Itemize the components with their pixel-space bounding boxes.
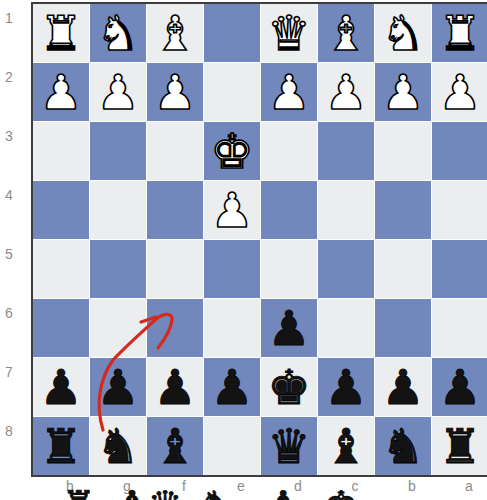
square-g7[interactable]: ♟ (90, 358, 146, 416)
square-f2[interactable]: ♟ (147, 63, 203, 121)
white-pawn[interactable]: ♟ (153, 63, 196, 121)
white-king[interactable]: ♚ (210, 122, 253, 180)
square-e1[interactable] (204, 4, 260, 62)
square-h6[interactable] (33, 299, 89, 357)
square-d1[interactable]: ♛ (261, 4, 317, 62)
square-e5[interactable] (204, 240, 260, 298)
file-label-b: b (401, 479, 423, 493)
rank-label-6: 6 (5, 306, 25, 320)
spare-black-knight[interactable]: ♞ (198, 486, 232, 500)
square-g6[interactable] (90, 299, 146, 357)
square-f4[interactable] (147, 181, 203, 239)
white-bishop[interactable]: ♝ (153, 4, 196, 62)
square-a2[interactable]: ♟ (432, 63, 487, 121)
square-c2[interactable]: ♟ (318, 63, 374, 121)
square-c5[interactable] (318, 240, 374, 298)
square-c1[interactable]: ♝ (318, 4, 374, 62)
black-knight[interactable]: ♞ (96, 417, 139, 475)
white-pawn[interactable]: ♟ (324, 63, 367, 121)
black-pawn[interactable]: ♟ (267, 299, 310, 357)
square-b8[interactable]: ♞ (375, 417, 431, 475)
file-label-h: h (59, 479, 81, 493)
square-c6[interactable] (318, 299, 374, 357)
white-pawn[interactable]: ♟ (210, 181, 253, 239)
rank-label-2: 2 (5, 70, 25, 84)
black-pawn[interactable]: ♟ (39, 358, 82, 416)
square-h8[interactable]: ♜ (33, 417, 89, 475)
square-e7[interactable]: ♟ (204, 358, 260, 416)
square-h5[interactable] (33, 240, 89, 298)
square-f6[interactable] (147, 299, 203, 357)
square-f3[interactable] (147, 122, 203, 180)
white-pawn[interactable]: ♟ (438, 63, 481, 121)
black-pawn[interactable]: ♟ (210, 358, 253, 416)
white-pawn[interactable]: ♟ (267, 63, 310, 121)
white-knight[interactable]: ♞ (96, 4, 139, 62)
square-a7[interactable]: ♟ (432, 358, 487, 416)
square-a5[interactable] (432, 240, 487, 298)
square-c3[interactable] (318, 122, 374, 180)
square-f1[interactable]: ♝ (147, 4, 203, 62)
black-knight[interactable]: ♞ (381, 417, 424, 475)
black-queen[interactable]: ♛ (267, 417, 310, 475)
square-g2[interactable]: ♟ (90, 63, 146, 121)
white-queen[interactable]: ♛ (267, 4, 310, 62)
chess-diagram: ♜♞♝♛♝♞♜♟♟♟♟♟♟♟♚♟♟♟♟♟♟♚♟♟♟♜♞♝♛♝♞♜ 1234567… (0, 0, 487, 500)
file-label-f: f (173, 479, 195, 493)
square-e2[interactable] (204, 63, 260, 121)
square-b7[interactable]: ♟ (375, 358, 431, 416)
square-e3[interactable]: ♚ (204, 122, 260, 180)
square-h1[interactable]: ♜ (33, 4, 89, 62)
square-g3[interactable] (90, 122, 146, 180)
black-pawn[interactable]: ♟ (324, 358, 367, 416)
black-pawn[interactable]: ♟ (438, 358, 481, 416)
square-d8[interactable]: ♛ (261, 417, 317, 475)
square-g5[interactable] (90, 240, 146, 298)
file-label-d: d (287, 479, 309, 493)
square-f5[interactable] (147, 240, 203, 298)
white-pawn[interactable]: ♟ (381, 63, 424, 121)
black-pawn[interactable]: ♟ (381, 358, 424, 416)
square-d5[interactable] (261, 240, 317, 298)
rank-label-3: 3 (5, 129, 25, 143)
square-f7[interactable]: ♟ (147, 358, 203, 416)
square-d2[interactable]: ♟ (261, 63, 317, 121)
file-label-g: g (116, 479, 138, 493)
square-a3[interactable] (432, 122, 487, 180)
square-h2[interactable]: ♟ (33, 63, 89, 121)
black-bishop[interactable]: ♝ (153, 417, 196, 475)
square-b4[interactable] (375, 181, 431, 239)
square-b1[interactable]: ♞ (375, 4, 431, 62)
square-b2[interactable]: ♟ (375, 63, 431, 121)
black-pawn[interactable]: ♟ (96, 358, 139, 416)
square-d3[interactable] (261, 122, 317, 180)
black-pawn[interactable]: ♟ (153, 358, 196, 416)
square-a8[interactable]: ♜ (432, 417, 487, 475)
square-a1[interactable]: ♜ (432, 4, 487, 62)
square-e8[interactable] (204, 417, 260, 475)
chess-board: ♜♞♝♛♝♞♜♟♟♟♟♟♟♟♚♟♟♟♟♟♟♚♟♟♟♜♞♝♛♝♞♜ (31, 2, 487, 477)
square-e6[interactable] (204, 299, 260, 357)
white-rook[interactable]: ♜ (39, 4, 82, 62)
square-c8[interactable]: ♝ (318, 417, 374, 475)
square-g8[interactable]: ♞ (90, 417, 146, 475)
square-g1[interactable]: ♞ (90, 4, 146, 62)
white-pawn[interactable]: ♟ (39, 63, 82, 121)
square-d6[interactable]: ♟ (261, 299, 317, 357)
black-rook[interactable]: ♜ (39, 417, 82, 475)
black-king[interactable]: ♚ (267, 358, 310, 416)
square-b5[interactable] (375, 240, 431, 298)
rank-label-4: 4 (5, 188, 25, 202)
rank-label-1: 1 (5, 11, 25, 25)
white-pawn[interactable]: ♟ (96, 63, 139, 121)
file-label-a: a (458, 479, 480, 493)
square-b6[interactable] (375, 299, 431, 357)
square-f8[interactable]: ♝ (147, 417, 203, 475)
square-c7[interactable]: ♟ (318, 358, 374, 416)
black-rook[interactable]: ♜ (438, 417, 481, 475)
square-g4[interactable] (90, 181, 146, 239)
white-bishop[interactable]: ♝ (324, 4, 367, 62)
square-h3[interactable] (33, 122, 89, 180)
rank-label-7: 7 (5, 365, 25, 379)
square-h7[interactable]: ♟ (33, 358, 89, 416)
rank-label-8: 8 (5, 424, 25, 438)
square-c4[interactable] (318, 181, 374, 239)
white-rook[interactable]: ♜ (438, 4, 481, 62)
square-d7[interactable]: ♚ (261, 358, 317, 416)
white-knight[interactable]: ♞ (381, 4, 424, 62)
square-a6[interactable] (432, 299, 487, 357)
square-a4[interactable] (432, 181, 487, 239)
file-label-e: e (230, 479, 252, 493)
square-e4[interactable]: ♟ (204, 181, 260, 239)
square-b3[interactable] (375, 122, 431, 180)
rank-label-5: 5 (5, 247, 25, 261)
file-label-c: c (344, 479, 366, 493)
black-bishop[interactable]: ♝ (324, 417, 367, 475)
square-h4[interactable] (33, 181, 89, 239)
square-d4[interactable] (261, 181, 317, 239)
